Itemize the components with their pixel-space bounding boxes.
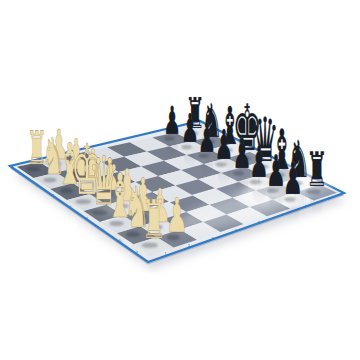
black-pawn-reflection: ♟ — [180, 147, 199, 187]
white-rook[interactable]: ♜ — [141, 194, 166, 247]
black-pawn-reflection: ♟ — [283, 199, 304, 244]
black-rook[interactable]: ♜ — [305, 146, 327, 194]
white-rook-reflection: ♜ — [141, 245, 166, 298]
white-pawn[interactable]: ♟ — [166, 192, 188, 240]
pieces-layer: ♜♜♟♟♞♞♟♟♝♝♟♟♚♚♟♟♟♟♛♛♜♜♟♟♟♟♝♝♞♞♟♟♞♞♟♟♟♟♝♝… — [0, 0, 360, 360]
black-pawn[interactable]: ♟ — [163, 101, 181, 140]
black-pawn-reflection: ♟ — [215, 164, 234, 205]
black-rook-reflection: ♜ — [305, 191, 327, 239]
black-pawn-reflection: ♟ — [163, 138, 181, 177]
chess-set-photo: hgfedcba12345678 ♜♜♟♟♞♞♟♟♝♝♟♟♚♚♟♟♟♟♛♛♜♜♟… — [0, 0, 360, 360]
black-pawn[interactable]: ♟ — [283, 157, 304, 202]
black-pawn[interactable]: ♟ — [180, 109, 199, 149]
white-pawn-reflection: ♟ — [166, 237, 188, 285]
black-pawn[interactable]: ♟ — [215, 125, 234, 166]
